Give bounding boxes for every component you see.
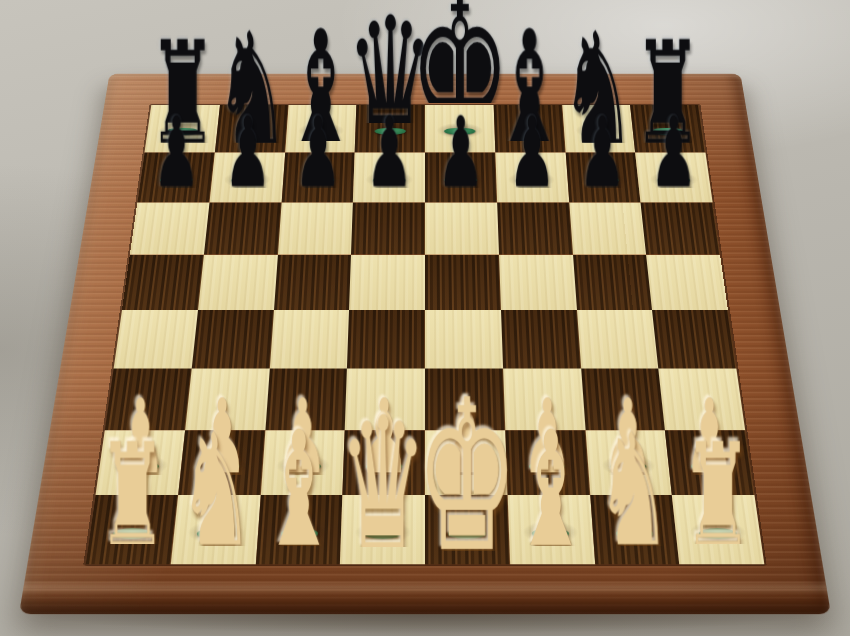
- square-b6[interactable]: [204, 202, 282, 254]
- chess-board-squares: ♜♞♝♛♚♝♞♜♟♟♟♟♟♟♟♟♟♟♟♟♟♟♟♟♜♞♝♛♚♝♞♜: [86, 105, 765, 564]
- chess-board-frame: ♜♞♝♛♚♝♞♜♟♟♟♟♟♟♟♟♟♟♟♟♟♟♟♟♜♞♝♛♚♝♞♜: [19, 74, 831, 614]
- square-c7[interactable]: ♟: [281, 152, 355, 202]
- piece-black-pawn[interactable]: ♟: [152, 105, 200, 203]
- piece-white-queen[interactable]: ♛: [338, 393, 427, 575]
- square-d7[interactable]: ♟: [353, 152, 425, 202]
- square-a5[interactable]: [122, 255, 204, 310]
- piece-white-knight[interactable]: ♞: [178, 414, 254, 570]
- square-d4[interactable]: [347, 310, 425, 368]
- square-b5[interactable]: [198, 255, 278, 310]
- square-h1[interactable]: ♜: [672, 495, 764, 564]
- square-c1[interactable]: ♝: [255, 495, 342, 564]
- piece-black-pawn[interactable]: ♟: [508, 105, 556, 203]
- square-e5[interactable]: [425, 255, 501, 310]
- square-h7[interactable]: ♟: [635, 152, 712, 202]
- piece-black-pawn[interactable]: ♟: [294, 105, 342, 203]
- piece-black-pawn[interactable]: ♟: [650, 105, 698, 203]
- square-f7[interactable]: ♟: [495, 152, 569, 202]
- square-g5[interactable]: [573, 255, 653, 310]
- piece-black-pawn[interactable]: ♟: [437, 105, 485, 203]
- scene-carpet: ♜♞♝♛♚♝♞♜♟♟♟♟♟♟♟♟♟♟♟♟♟♟♟♟♜♞♝♛♚♝♞♜: [0, 0, 850, 636]
- square-h6[interactable]: [641, 202, 720, 254]
- piece-white-rook[interactable]: ♜: [97, 424, 167, 567]
- square-g1[interactable]: ♞: [590, 495, 680, 564]
- piece-white-bishop[interactable]: ♝: [260, 411, 338, 570]
- square-g4[interactable]: [577, 310, 659, 368]
- square-g7[interactable]: ♟: [565, 152, 640, 202]
- square-f5[interactable]: [499, 255, 577, 310]
- square-e7[interactable]: ♟: [425, 152, 497, 202]
- piece-white-rook[interactable]: ♜: [683, 424, 753, 567]
- piece-black-pawn[interactable]: ♟: [223, 105, 271, 203]
- piece-white-bishop[interactable]: ♝: [512, 411, 590, 570]
- square-a6[interactable]: [130, 202, 209, 254]
- piece-black-pawn[interactable]: ♟: [579, 105, 627, 203]
- square-d1[interactable]: ♛: [340, 495, 425, 564]
- square-c6[interactable]: [277, 202, 353, 254]
- square-a4[interactable]: [114, 310, 198, 368]
- square-g6[interactable]: [569, 202, 647, 254]
- square-c4[interactable]: [269, 310, 349, 368]
- square-f1[interactable]: ♝: [507, 495, 594, 564]
- piece-white-knight[interactable]: ♞: [596, 414, 672, 570]
- square-e1[interactable]: ♚: [425, 495, 510, 564]
- square-d5[interactable]: [349, 255, 425, 310]
- square-h5[interactable]: [646, 255, 728, 310]
- square-b7[interactable]: ♟: [209, 152, 284, 202]
- square-a1[interactable]: ♜: [86, 495, 178, 564]
- square-a7[interactable]: ♟: [137, 152, 214, 202]
- square-e6[interactable]: [425, 202, 499, 254]
- square-c5[interactable]: [274, 255, 352, 310]
- square-b1[interactable]: ♞: [170, 495, 260, 564]
- piece-white-king[interactable]: ♚: [416, 373, 518, 582]
- square-b4[interactable]: [191, 310, 273, 368]
- square-f6[interactable]: [497, 202, 573, 254]
- piece-black-pawn[interactable]: ♟: [366, 105, 414, 203]
- square-d6[interactable]: [351, 202, 425, 254]
- square-h4[interactable]: [652, 310, 736, 368]
